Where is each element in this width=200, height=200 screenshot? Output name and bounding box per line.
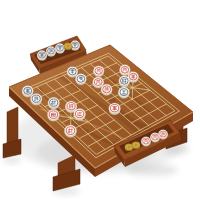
brass-coin[interactable] [132,142,141,149]
photo-canvas [0,0,200,200]
xiangqi-table-photo [0,0,200,200]
brass-coin[interactable] [64,43,73,50]
